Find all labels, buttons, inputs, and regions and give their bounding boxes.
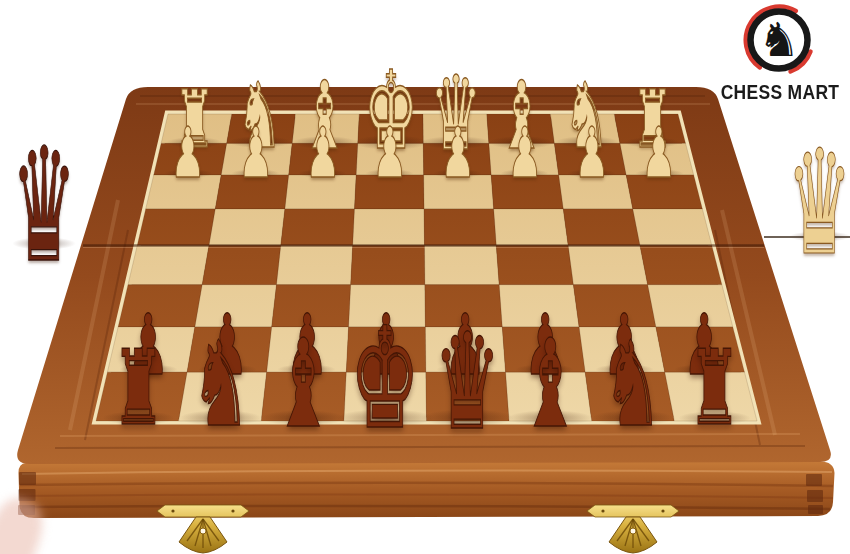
- white-pawn-b2[interactable]: ♟: [572, 119, 611, 189]
- white-pawn-g2[interactable]: ♟: [236, 119, 275, 189]
- white-pawn-a2[interactable]: ♟: [640, 119, 679, 189]
- black-bishop-c8[interactable]: ♝: [516, 323, 585, 445]
- left-display-queen: ♛: [8, 127, 80, 285]
- black-queen-d8[interactable]: ♛: [430, 315, 505, 448]
- white-pawn-d2[interactable]: ♟: [438, 119, 477, 189]
- black-bishop-f8[interactable]: ♝: [269, 323, 338, 445]
- white-pawn-e2[interactable]: ♟: [370, 119, 409, 189]
- black-king-e8[interactable]: ♚: [346, 310, 425, 450]
- brand-logo-mark: ♞: [712, 3, 848, 77]
- brand-logo: ♞ CHESS MART: [712, 3, 848, 102]
- brand-name: CHESS MART: [712, 81, 848, 105]
- black-knight-b8[interactable]: ♞: [599, 327, 665, 445]
- right-display-queen: ♛: [783, 130, 850, 275]
- black-rook-a8[interactable]: ♜: [685, 337, 743, 441]
- knight-head-icon: ♞: [758, 12, 800, 67]
- white-pawn-c2[interactable]: ♟: [505, 119, 544, 189]
- black-rook-h8[interactable]: ♜: [109, 337, 167, 441]
- scene: ♜♞♝♛♚♝♞♜♟♟♟♟♟♟♟♟♟♟♟♟♟♟♟♟♜♞♝♛♚♝♞♜ ♛ ♛ ♞ C…: [0, 0, 850, 554]
- white-pawn-f2[interactable]: ♟: [303, 119, 342, 189]
- white-pawn-h2[interactable]: ♟: [168, 119, 207, 189]
- black-knight-g8[interactable]: ♞: [187, 327, 253, 445]
